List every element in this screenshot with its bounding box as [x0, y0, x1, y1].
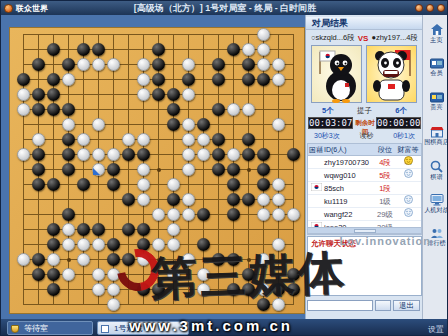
black-stone — [287, 268, 300, 281]
white-stone — [77, 148, 90, 161]
white-stone — [62, 268, 75, 281]
black-captures: 6个 — [395, 106, 407, 116]
white-stone — [197, 283, 210, 296]
white-stone — [227, 103, 240, 116]
black-stone — [257, 148, 270, 161]
black-stone — [32, 148, 45, 161]
white-stone — [77, 253, 90, 266]
flag-cell — [308, 156, 324, 168]
white-stone — [197, 268, 210, 281]
player-id: 85sch — [324, 182, 375, 194]
toolbar-item-label: 排行榜 — [424, 239, 448, 248]
black-stone — [212, 133, 225, 146]
white-captures: 5个 — [322, 106, 334, 116]
black-stone — [62, 103, 75, 116]
white-stone — [242, 103, 255, 116]
black-stone — [227, 178, 240, 191]
captures-row: 5个 提子 6个 — [306, 106, 423, 116]
black-stone — [212, 73, 225, 86]
close-button[interactable] — [437, 4, 445, 12]
white-stone — [137, 178, 150, 191]
last-move-marker-icon — [93, 168, 100, 175]
white-stone — [272, 238, 285, 251]
black-stone — [122, 223, 135, 236]
black-stone — [152, 283, 165, 296]
white-stone — [287, 208, 300, 221]
black-stone — [212, 103, 225, 116]
white-stone — [107, 283, 120, 296]
black-stone — [47, 43, 60, 56]
white-stone — [92, 163, 105, 176]
black-stone — [182, 73, 195, 86]
white-player-avatar — [311, 45, 362, 103]
tab-spectate-room-1[interactable]: 1号观战 — [97, 321, 189, 335]
player-table-header: 国籍ID(6人)段位财富等级 — [308, 144, 421, 156]
white-stone — [62, 73, 75, 86]
wealth-smiley-icon — [395, 208, 421, 220]
player-id: wangf22 — [324, 208, 375, 220]
shop-icon — [423, 126, 448, 138]
player-rank: 1段 — [375, 182, 395, 194]
white-stone — [167, 208, 180, 221]
black-stone — [257, 298, 270, 311]
black-stone — [47, 238, 60, 251]
black-stone — [227, 43, 240, 56]
black-stone — [137, 148, 150, 161]
black-stone — [32, 103, 45, 116]
black-stone — [32, 178, 45, 191]
white-stone — [137, 163, 150, 176]
toolbar-item-label: 围棋商店 — [424, 138, 448, 147]
flag-cell — [308, 169, 324, 181]
black-stone — [257, 178, 270, 191]
black-stone — [62, 133, 75, 146]
korea-flag-icon — [308, 182, 324, 194]
flag-cell — [308, 195, 324, 207]
black-stone — [92, 43, 105, 56]
wealth-smiley-icon — [404, 208, 413, 217]
exit-button[interactable]: 退出 — [393, 300, 420, 311]
black-stone — [77, 223, 90, 236]
white-stone — [182, 133, 195, 146]
wealth-smiley-icon — [395, 195, 421, 207]
black-stone — [137, 283, 150, 296]
black-stone — [32, 163, 45, 176]
white-stone — [77, 238, 90, 251]
home-icon — [423, 24, 448, 36]
star-point — [247, 258, 251, 262]
black-stone — [137, 223, 150, 236]
wealth-smiley-icon — [395, 156, 421, 168]
black-stone — [212, 58, 225, 71]
black-stone — [62, 58, 75, 71]
wealth-smiley-icon — [404, 156, 413, 165]
white-stone — [272, 208, 285, 221]
white-stone — [32, 133, 45, 146]
player-id: ku1119 — [324, 195, 375, 207]
board-gridline — [23, 184, 294, 185]
black-stone — [212, 253, 225, 266]
star-point — [157, 258, 161, 262]
white-stone — [182, 193, 195, 206]
minimize-button[interactable] — [415, 4, 423, 12]
black-stone — [242, 283, 255, 296]
white-player-name: ○skzqld...6段 — [311, 33, 355, 43]
white-stone — [272, 298, 285, 311]
white-stone — [272, 73, 285, 86]
player-row[interactable]: wangf2229级 — [308, 208, 421, 221]
black-stone — [47, 73, 60, 86]
player-id: zhy19700730 — [324, 156, 375, 168]
white-stone — [17, 148, 30, 161]
white-stone — [92, 148, 105, 161]
board-gridline — [23, 304, 294, 305]
player-rank: 5段 — [375, 169, 395, 181]
black-stone — [137, 238, 150, 251]
black-stone — [47, 268, 60, 281]
white-stone — [197, 148, 210, 161]
white-stone — [137, 133, 150, 146]
black-stone — [227, 253, 240, 266]
black-stone — [62, 208, 75, 221]
white-stone — [77, 133, 90, 146]
vip-icon — [423, 92, 448, 103]
wealth-smiley-icon — [395, 169, 421, 181]
app-logo-text: 联众世界 — [16, 3, 48, 14]
white-stone — [167, 238, 180, 251]
black-stone — [242, 268, 255, 281]
board-gridline — [173, 34, 174, 305]
player-rank: 29级 — [375, 208, 395, 220]
white-stone — [167, 268, 180, 281]
toolbar-item-label: 会员 — [424, 69, 448, 78]
white-stone — [152, 208, 165, 221]
black-stone — [47, 178, 60, 191]
star-point — [67, 258, 71, 262]
black-stone — [152, 58, 165, 71]
black-stone — [122, 253, 135, 266]
white-stone — [182, 88, 195, 101]
byoyomi-label: 读秒 — [359, 131, 373, 141]
chat-input-row: 退出 — [307, 299, 422, 312]
toolbar-item-人机对战[interactable]: 人机对战 — [423, 193, 448, 225]
black-stone — [77, 178, 90, 191]
white-stone — [182, 253, 195, 266]
white-stone — [92, 118, 105, 131]
white-stone — [17, 103, 30, 116]
app-logo-icon — [4, 4, 13, 13]
white-stone — [62, 223, 75, 236]
white-stone — [107, 298, 120, 311]
white-stone — [107, 58, 120, 71]
black-stone — [32, 253, 45, 266]
toolbar-item-主页[interactable]: 主页 — [423, 23, 448, 55]
result-header: 对局结果 — [306, 17, 423, 30]
board-gridline — [203, 34, 204, 305]
black-stone — [212, 148, 225, 161]
black-stone — [167, 118, 180, 131]
maximize-button[interactable] — [426, 4, 434, 12]
white-stone — [92, 268, 105, 281]
players-row: ○skzqld...6段 VS ●zhy197...4段 — [306, 32, 423, 44]
black-stone — [227, 283, 240, 296]
white-stone — [257, 43, 270, 56]
black-stone — [212, 163, 225, 176]
white-stone — [272, 178, 285, 191]
black-stone — [122, 193, 135, 206]
go-board[interactable] — [9, 27, 305, 314]
flag-cell — [308, 208, 324, 220]
black-stone — [242, 58, 255, 71]
black-stone — [167, 103, 180, 116]
toolbar-item-排行榜[interactable]: 排行榜 — [423, 227, 448, 259]
toolbar-item-label: 人机对战 — [424, 206, 448, 215]
column-header: 国籍 — [308, 144, 324, 155]
chat-input[interactable] — [307, 300, 373, 311]
white-stone — [182, 58, 195, 71]
black-clock: 00:00:00 — [376, 117, 421, 129]
tab-spectate-room-1-label: 1号观战 — [114, 324, 142, 333]
black-stone — [47, 88, 60, 101]
title-bar: 联众世界 [高级场（北方）] 1号对局室 - 终局 - 白时间胜 — [1, 1, 448, 15]
wealth-smiley-icon — [404, 169, 413, 178]
black-stone — [242, 193, 255, 206]
toolbar-item-label: 棋谱 — [424, 173, 448, 182]
white-stone — [137, 88, 150, 101]
game-info-panel: 对局结果 ○skzqld...6段 VS ●zhy197...4段 — [305, 15, 422, 319]
white-stone — [272, 193, 285, 206]
white-stone — [92, 283, 105, 296]
go-client-window: 联众世界 [高级场（北方）] 1号对局室 - 终局 - 白时间胜 对局结果 ○s… — [0, 0, 448, 336]
white-stone — [17, 253, 30, 266]
black-stone — [62, 163, 75, 176]
panel-splitter[interactable] — [307, 227, 422, 234]
board-gridline — [293, 34, 294, 305]
black-stone — [107, 253, 120, 266]
white-stone — [137, 253, 150, 266]
white-stone — [227, 148, 240, 161]
toolbar-item-label: 贵宾 — [424, 103, 448, 112]
white-stone — [92, 238, 105, 251]
black-stone — [242, 148, 255, 161]
black-stone — [197, 238, 210, 251]
member-icon — [423, 58, 448, 69]
player-table[interactable]: 国籍ID(6人)段位财富等级zhy197007304段wqwg0105段85sc… — [307, 143, 422, 235]
timers-row: 00:03:07 剩余时间 00:00:00 — [306, 117, 423, 130]
white-stone — [257, 208, 270, 221]
black-stone — [107, 163, 120, 176]
black-stone — [287, 148, 300, 161]
white-stone — [107, 268, 120, 281]
black-stone — [32, 88, 45, 101]
captures-label: 提子 — [357, 106, 372, 116]
toolbar-item-围棋商店[interactable]: 围棋商店 — [423, 125, 448, 157]
black-stone — [17, 73, 30, 86]
black-stone — [227, 193, 240, 206]
wealth-smiley-icon — [404, 195, 413, 204]
panda-avatar-icon — [367, 46, 418, 104]
wealth-cell — [395, 182, 421, 194]
white-stone — [47, 253, 60, 266]
tab-waiting-room-label: 等待室 — [24, 324, 48, 333]
black-stone — [227, 163, 240, 176]
black-stone — [152, 43, 165, 56]
black-stone — [77, 43, 90, 56]
black-stone — [197, 118, 210, 131]
player-row[interactable]: wqwg0105段 — [308, 169, 421, 182]
white-stone — [17, 88, 30, 101]
board-icon — [101, 325, 109, 333]
black-stone — [92, 223, 105, 236]
black-stone — [227, 208, 240, 221]
star-point — [157, 168, 161, 172]
white-stone — [242, 43, 255, 56]
black-stone — [272, 283, 285, 296]
black-stone — [107, 238, 120, 251]
white-stone — [122, 133, 135, 146]
white-stone — [182, 118, 195, 131]
black-stone — [167, 193, 180, 206]
black-stone — [242, 133, 255, 146]
white-stone — [77, 58, 90, 71]
black-stone — [257, 73, 270, 86]
white-stone — [182, 163, 195, 176]
white-stone — [107, 148, 120, 161]
shield-icon — [11, 325, 19, 333]
chat-area[interactable]: 允许聊天状态 — [307, 236, 422, 296]
black-stone — [152, 73, 165, 86]
column-header: 财富等级 — [395, 144, 421, 155]
white-stone — [257, 58, 270, 71]
black-stone — [47, 103, 60, 116]
column-header: 段位 — [375, 144, 395, 155]
black-byoyomi: 0秒1次 — [393, 131, 415, 141]
white-stone — [137, 193, 150, 206]
black-stone — [152, 88, 165, 101]
kifu-icon — [423, 160, 448, 173]
white-stone — [197, 133, 210, 146]
pc-game-icon — [423, 194, 448, 206]
black-stone — [197, 208, 210, 221]
player-row[interactable]: 85sch1段 — [308, 182, 421, 195]
white-stone — [62, 118, 75, 131]
black-stone — [287, 283, 300, 296]
white-stone — [92, 58, 105, 71]
white-stone — [137, 73, 150, 86]
byoyomi-row: 30秒3次 读秒 0秒1次 — [306, 131, 423, 141]
black-stone — [242, 73, 255, 86]
player-row[interactable]: ku11191级 — [308, 195, 421, 208]
toolbar-item-label: 主页 — [424, 36, 448, 45]
black-player-avatar — [366, 45, 417, 103]
player-id: wqwg010 — [324, 169, 375, 181]
chat-status-text: 允许聊天状态 — [311, 239, 418, 249]
player-row[interactable]: zhy197007304段 — [308, 156, 421, 169]
window-title: [高级场（北方）] 1号对局室 - 终局 - 白时间胜 — [1, 2, 448, 15]
black-stone — [62, 148, 75, 161]
white-stone — [167, 178, 180, 191]
korea-flag-icon — [311, 183, 322, 191]
white-stone — [137, 58, 150, 71]
black-stone — [32, 268, 45, 281]
white-stone — [257, 193, 270, 206]
white-stone — [257, 283, 270, 296]
black-stone — [32, 58, 45, 71]
white-stone — [62, 238, 75, 251]
toolbar-item-棋谱[interactable]: 棋谱 — [423, 159, 448, 191]
penguin-avatar-icon — [312, 46, 363, 104]
black-stone — [257, 163, 270, 176]
white-stone — [152, 238, 165, 251]
white-stone — [257, 28, 270, 41]
white-stone — [257, 253, 270, 266]
white-stone — [272, 58, 285, 71]
ranking-icon — [423, 228, 448, 239]
white-byoyomi: 30秒3次 — [314, 131, 340, 141]
black-stone — [107, 178, 120, 191]
white-stone — [182, 208, 195, 221]
white-stone — [182, 148, 195, 161]
settings-button[interactable]: 设置 — [428, 324, 444, 335]
toolbar-item-会员[interactable]: 会员 — [423, 57, 448, 89]
white-stone — [272, 118, 285, 131]
star-point — [247, 168, 251, 172]
tab-waiting-room[interactable]: 等待室 — [7, 321, 93, 335]
player-rank: 4段 — [375, 156, 395, 168]
black-stone — [122, 148, 135, 161]
column-header: ID(6人) — [324, 144, 375, 155]
black-stone — [47, 283, 60, 296]
vs-label: VS — [358, 34, 369, 43]
white-stone — [167, 223, 180, 236]
white-clock: 00:03:07 — [308, 117, 353, 129]
side-toolbar: 主页会员贵宾围棋商店棋谱人机对战排行榜 — [422, 15, 448, 319]
bottom-tab-bar: 等待室 1号观战 设置 — [1, 319, 448, 336]
black-stone — [167, 88, 180, 101]
black-stone — [47, 223, 60, 236]
player-rank: 1级 — [375, 195, 395, 207]
black-player-name: ●zhy197...4段 — [371, 33, 418, 43]
chat-send-button[interactable] — [375, 300, 391, 311]
toolbar-item-贵宾[interactable]: 贵宾 — [423, 91, 448, 123]
